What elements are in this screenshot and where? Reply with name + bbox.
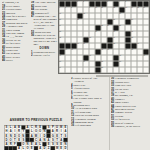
down-header: DOWN: [31, 47, 58, 50]
cell-number: 4: [119, 0, 120, 2]
clue-number: 47: [31, 15, 35, 18]
clue-line: 2 Outside: Prefix: [31, 54, 58, 57]
crossword-grid: 1234567891011121314151617181920212223242…: [58, 0, 150, 74]
cell-number: 1: [77, 0, 78, 2]
cell-number: 54: [59, 66, 61, 68]
cell-number: 28: [59, 30, 61, 32]
cell-number: 15: [137, 6, 139, 8]
clue-line: 8 Like a candy store right at closing: [71, 97, 108, 103]
cell-number: 23: [131, 18, 133, 20]
cell-number: 35: [131, 36, 133, 38]
cell-number: 18: [83, 12, 85, 14]
cell-number: 16: [143, 6, 145, 8]
cell-number: 55: [101, 66, 103, 68]
answer-letter-cell: D: [63, 146, 67, 150]
clue-line: 46 Salver: [2, 59, 29, 62]
cell-number: 6: [59, 6, 60, 8]
clue-number: 16: [71, 124, 75, 127]
answer-grid-wrap: SLABACRESPUMEHAIRYLOONARIAENDONAMIDGETSD…: [4, 125, 68, 150]
cell-number: 3: [107, 0, 108, 2]
clue-line: 56 King's cry with the concordat: 'Who i…: [31, 34, 58, 46]
clue-column-2: 39 'The Nose' novelist42 Bird's crop44 F…: [31, 1, 58, 117]
cell-number: 8: [71, 6, 72, 8]
cell-number: 27: [119, 24, 121, 26]
cell-number: 29: [95, 30, 97, 32]
cell-number: 9: [89, 6, 90, 8]
cell-number: 45: [131, 48, 133, 50]
clue-line: 56 Goodbye, in the piazza: [111, 125, 148, 128]
cell-number: 48: [119, 54, 121, 56]
cell-number: 42: [101, 48, 103, 50]
clue-line: 16 Left-hand man: [71, 124, 108, 127]
cell-number: 47: [89, 54, 91, 56]
cell-number: 32: [59, 36, 61, 38]
clue-line: 3 Catsuit wearer of 'The Avengers': [71, 77, 108, 83]
cell-number: 49: [143, 54, 145, 56]
cell-number: 50: [59, 60, 61, 62]
cell-number: 31: [131, 30, 133, 32]
cell-number: 43: [107, 48, 109, 50]
cell-number: 33: [89, 36, 91, 38]
clue-column-4: 30 Legendary seamstress32 Furious drive3…: [111, 77, 149, 150]
cell-number: 2: [83, 0, 84, 2]
cell-number: 13: [125, 6, 127, 8]
clue-column-1: of England, e.g.19 Pelvic bones21 Circul…: [2, 1, 29, 117]
copyright-line: [96, 75, 148, 77]
cell-number: 51: [83, 60, 85, 62]
cell-number: 20: [59, 18, 61, 20]
clue-number: 2: [31, 54, 33, 57]
cell-number: 17: [59, 12, 61, 14]
column-divider: [109, 77, 110, 150]
cell-number: 5: [125, 0, 126, 2]
answer-header-text: ANSWER TO PREVIOUS PUZZLE: [4, 118, 68, 121]
cell-number: 36: [77, 42, 79, 44]
clue-number: 3: [71, 77, 73, 80]
cell-number: 7: [65, 6, 66, 8]
cell-number: 46: [59, 54, 61, 56]
cell-number: 30: [113, 30, 115, 32]
answer-previous-puzzle-grid: SLABACRESPUMEHAIRYLOONARIAENDONAMIDGETSD…: [4, 125, 68, 150]
cell-number: 25: [101, 24, 103, 26]
cell-number: 24: [59, 24, 61, 26]
white-square: [143, 67, 149, 73]
clue-line: 47 Farming clan ... the heart of this ec…: [31, 15, 58, 30]
cell-number: 37: [83, 42, 85, 44]
clue-column-3: 3 Catsuit wearer of 'The Avengers'4 Shav…: [71, 77, 108, 150]
cell-number: 10: [95, 6, 97, 8]
cell-number: 34: [113, 36, 115, 38]
clue-number: 8: [71, 97, 73, 100]
answer-header: ANSWER TO PREVIOUS PUZZLE: [4, 118, 68, 123]
cell-number: 21: [77, 18, 79, 20]
cell-number: 38: [113, 42, 115, 44]
clue-number: 46: [2, 59, 6, 62]
cell-number: 44: [125, 48, 127, 50]
cell-number: 52: [101, 60, 103, 62]
cell-number: 12: [113, 6, 115, 8]
cell-number: 40: [65, 48, 67, 50]
cell-number: 14: [131, 6, 133, 8]
cell-number: 11: [101, 6, 103, 8]
cell-number: 19: [119, 12, 121, 14]
clue-number: 56: [111, 125, 115, 128]
cell-number: 53: [119, 60, 121, 62]
cell-number: 26: [107, 24, 109, 26]
cell-number: 39: [137, 42, 139, 44]
cell-number: 41: [71, 48, 73, 50]
cell-number: 22: [113, 18, 115, 20]
clue-number: 56: [31, 34, 35, 37]
